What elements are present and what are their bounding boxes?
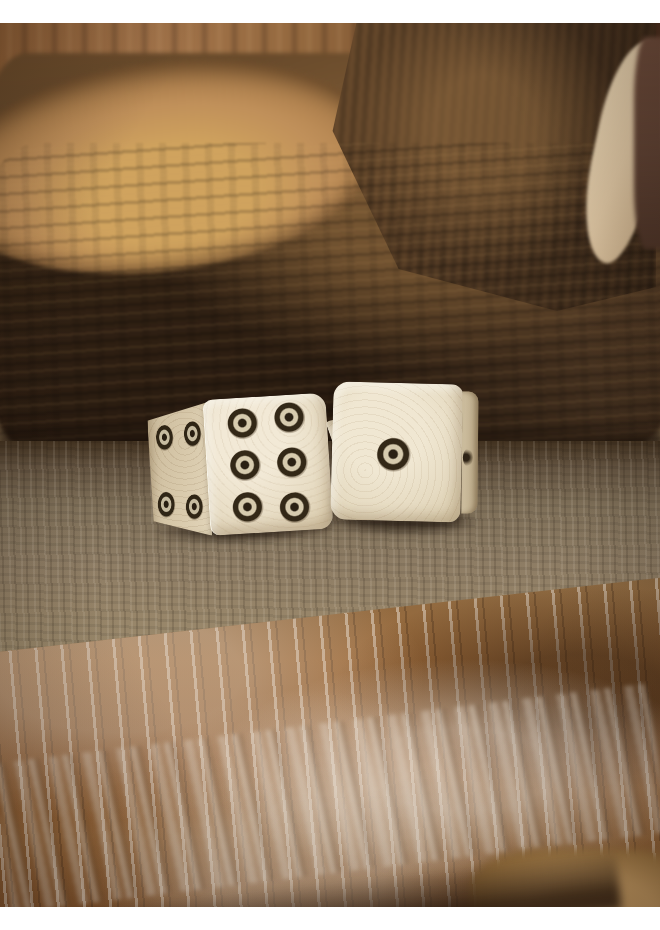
- die-left-side-face: [147, 402, 212, 538]
- partial-pip: [463, 448, 473, 466]
- die-left: [144, 359, 330, 536]
- pip: [274, 401, 307, 434]
- pip: [156, 424, 175, 452]
- pip: [185, 493, 204, 521]
- pip: [276, 446, 309, 479]
- pip: [229, 449, 262, 482]
- pip: [226, 407, 259, 440]
- die-right-front-face: [330, 381, 464, 522]
- die-right-side-sliver: [461, 392, 478, 514]
- pip: [183, 420, 202, 448]
- pip: [157, 491, 176, 519]
- pip: [231, 491, 264, 524]
- die-left-front-face: [202, 393, 333, 536]
- background-corner-shadow: [634, 37, 660, 249]
- product-photo-canvas: [0, 0, 660, 930]
- pip: [377, 437, 412, 472]
- pip: [279, 491, 312, 524]
- die-right: [325, 356, 482, 527]
- photo-area: [0, 23, 660, 907]
